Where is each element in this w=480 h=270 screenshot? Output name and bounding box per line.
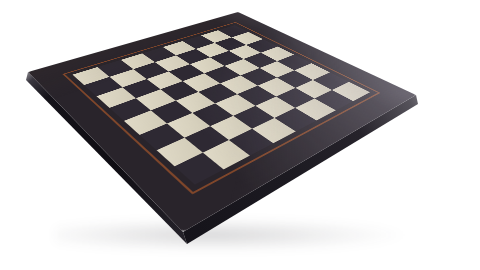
chess-board bbox=[28, 12, 416, 232]
board-shadow bbox=[55, 218, 405, 252]
board-grid bbox=[73, 25, 370, 184]
product-photo-stage bbox=[0, 0, 480, 270]
